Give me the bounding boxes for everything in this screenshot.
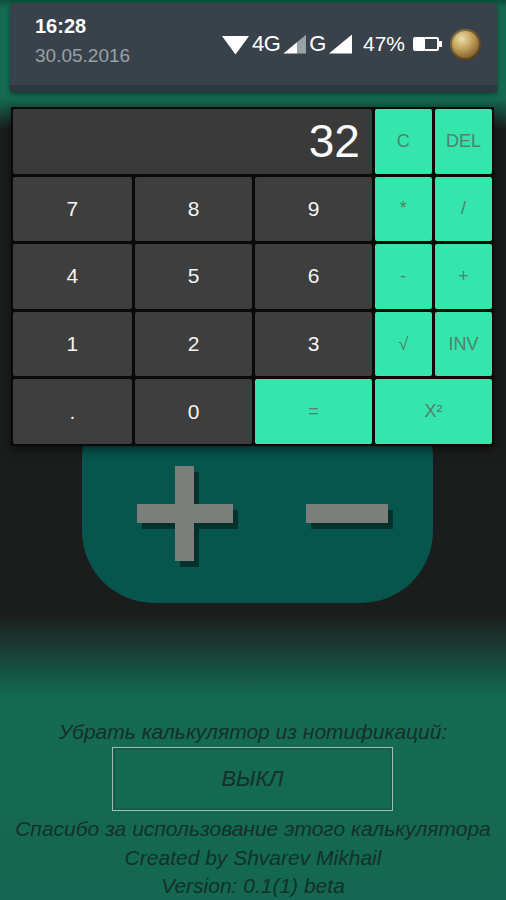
- clock-date: 30.05.2016: [35, 45, 130, 67]
- digit-4-button[interactable]: 4: [13, 244, 132, 309]
- digit-6-button[interactable]: 6: [255, 244, 371, 309]
- network-g-label: G: [309, 31, 326, 57]
- remove-from-notifications-label: Убрать калькулятор из нотификаций:: [0, 720, 506, 744]
- battery-fill: [415, 39, 425, 49]
- network-4g-label: 4G: [252, 31, 280, 57]
- digit-3-button[interactable]: 3: [255, 312, 371, 377]
- divide-button[interactable]: /: [435, 177, 492, 242]
- toggle-off-button[interactable]: ВЫКЛ: [112, 747, 393, 811]
- clock-time: 16:28: [35, 15, 86, 38]
- signal-strength-icon-2: [329, 35, 352, 54]
- digit-7-button[interactable]: 7: [13, 177, 132, 242]
- digit-0-button[interactable]: 0: [135, 379, 253, 444]
- digit-2-button[interactable]: 2: [135, 312, 253, 377]
- status-icons: 4G G 47%: [222, 27, 481, 61]
- clear-button[interactable]: C: [375, 109, 432, 174]
- inverse-button[interactable]: INV: [435, 312, 492, 377]
- decimal-point-button[interactable]: .: [13, 379, 132, 444]
- battery-icon: [413, 37, 439, 51]
- credit-text: Created by Shvarev Mikhail: [0, 846, 506, 870]
- battery-percent: 47%: [363, 32, 405, 56]
- delete-button[interactable]: DEL: [435, 109, 492, 174]
- equals-button[interactable]: =: [255, 379, 371, 444]
- subtract-button[interactable]: -: [375, 244, 432, 309]
- add-button[interactable]: +: [435, 244, 492, 309]
- version-text: Version: 0.1(1) beta: [0, 874, 506, 898]
- digit-5-button[interactable]: 5: [135, 244, 253, 309]
- sqrt-button[interactable]: √: [375, 312, 432, 377]
- minus-icon-bar: [306, 504, 388, 523]
- digit-1-button[interactable]: 1: [13, 312, 132, 377]
- calculator-card: 32 C DEL 7 8 9 * / 4 5 6 - + 1 2 3 √ INV…: [11, 107, 494, 446]
- thanks-text: Спасибо за использование этого калькулят…: [0, 817, 506, 841]
- status-card: 16:28 30.05.2016 4G G 47%: [10, 3, 497, 92]
- signal-strength-icon: [283, 35, 306, 54]
- calculator-display: 32: [13, 109, 372, 174]
- digit-8-button[interactable]: 8: [135, 177, 253, 242]
- plus-icon-vertical-bar: [175, 466, 194, 561]
- avatar[interactable]: [450, 29, 481, 60]
- multiply-button[interactable]: *: [375, 177, 432, 242]
- digit-9-button[interactable]: 9: [255, 177, 371, 242]
- square-button[interactable]: X²: [375, 379, 492, 444]
- wifi-icon: [222, 34, 249, 55]
